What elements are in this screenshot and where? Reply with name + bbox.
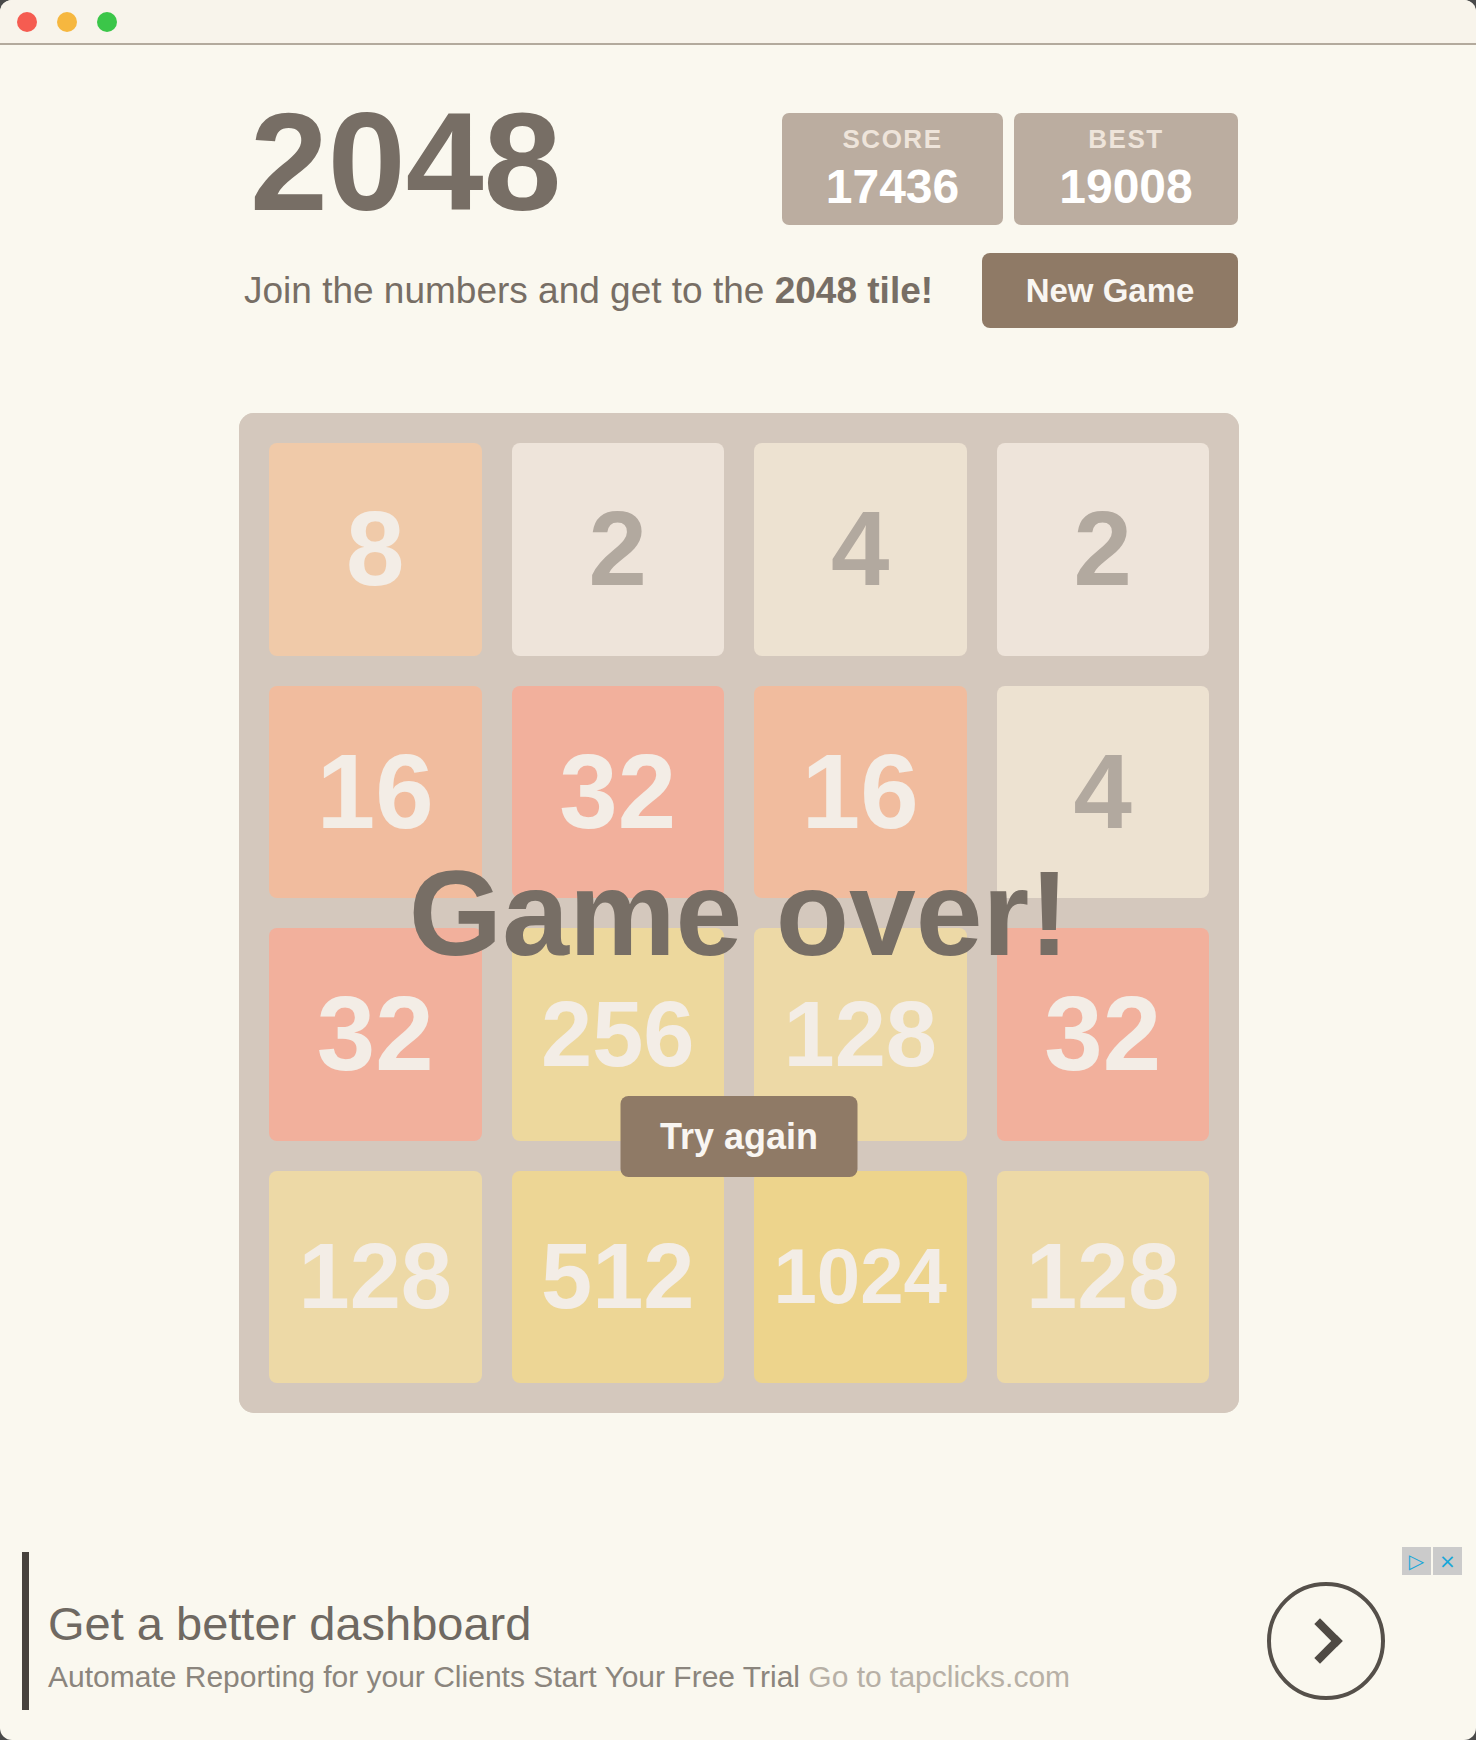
adchoices-icon[interactable]: ▷ xyxy=(1402,1547,1431,1575)
ad-close-icon[interactable]: × xyxy=(1433,1547,1462,1575)
close-window-icon[interactable] xyxy=(17,12,37,32)
ad-body[interactable]: Automate Reporting for your Clients Star… xyxy=(48,1660,1070,1694)
ad-controls: ▷ × xyxy=(1402,1547,1462,1575)
ad-body-text: Automate Reporting for your Clients Star… xyxy=(48,1660,808,1693)
score-box: SCORE 17436 xyxy=(782,113,1003,225)
ad-headline[interactable]: Get a better dashboard xyxy=(48,1596,531,1651)
page-title: 2048 xyxy=(250,92,561,232)
try-again-button[interactable]: Try again xyxy=(621,1096,858,1177)
chevron-right-icon xyxy=(1297,1618,1342,1663)
ad-body-link[interactable]: Go to tapclicks.com xyxy=(808,1660,1070,1693)
subtitle-goal: 2048 tile! xyxy=(775,270,933,311)
macos-titlebar xyxy=(0,0,1476,45)
minimize-window-icon[interactable] xyxy=(57,12,77,32)
score-value: 17436 xyxy=(826,159,959,214)
ad-left-rule xyxy=(22,1552,29,1710)
best-value: 19008 xyxy=(1059,159,1192,214)
game-over-message: Game over! xyxy=(239,853,1239,973)
subtitle: Join the numbers and get to the 2048 til… xyxy=(244,270,933,312)
app-window: 2048 SCORE 17436 BEST 19008 Join the num… xyxy=(0,0,1476,1740)
best-label: BEST xyxy=(1088,124,1163,155)
zoom-window-icon[interactable] xyxy=(97,12,117,32)
subtitle-text: Join the numbers and get to the xyxy=(244,270,775,311)
best-box: BEST 19008 xyxy=(1014,113,1238,225)
game-board: 8242163216432256128321285121024128 Game … xyxy=(239,413,1239,1413)
ad-cta-button[interactable] xyxy=(1267,1582,1385,1700)
score-label: SCORE xyxy=(843,124,943,155)
new-game-button[interactable]: New Game xyxy=(982,253,1238,328)
